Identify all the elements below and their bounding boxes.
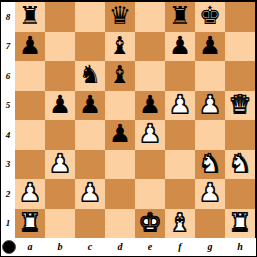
file-label-c: c: [75, 238, 105, 255]
square-c1[interactable]: [75, 209, 105, 239]
square-e1[interactable]: ♚: [135, 209, 165, 239]
white-queen[interactable]: ♛: [229, 92, 251, 117]
square-f6[interactable]: [165, 61, 195, 91]
black-bishop[interactable]: ♝: [109, 62, 131, 87]
black-rook[interactable]: ♜: [169, 3, 191, 28]
square-e3[interactable]: [135, 150, 165, 180]
white-king[interactable]: ♚: [139, 210, 161, 235]
square-b7[interactable]: [45, 32, 75, 62]
square-c4[interactable]: [75, 120, 105, 150]
square-d2[interactable]: [105, 179, 135, 209]
square-e2[interactable]: [135, 179, 165, 209]
square-a7[interactable]: ♟: [15, 32, 45, 62]
white-pawn[interactable]: ♟: [199, 180, 221, 205]
black-queen[interactable]: ♛: [109, 3, 131, 28]
square-f2[interactable]: [165, 179, 195, 209]
square-b6[interactable]: [45, 61, 75, 91]
white-pawn[interactable]: ♟: [139, 121, 161, 146]
square-c6[interactable]: ♞: [75, 61, 105, 91]
square-f4[interactable]: [165, 120, 195, 150]
file-label-g: g: [195, 238, 225, 255]
rank-labels-gutter: 87654321: [1, 2, 15, 238]
white-rook[interactable]: ♜: [19, 210, 41, 235]
black-to-move-indicator: [2, 240, 16, 254]
square-d5[interactable]: [105, 91, 135, 121]
file-label-d: d: [105, 238, 135, 255]
rank-label-8: 8: [1, 2, 15, 32]
square-e7[interactable]: [135, 32, 165, 62]
white-pawn[interactable]: ♟: [79, 180, 101, 205]
white-knight[interactable]: ♞: [199, 151, 221, 176]
file-label-b: b: [45, 238, 75, 255]
rank-label-7: 7: [1, 32, 15, 62]
square-d7[interactable]: ♝: [105, 32, 135, 62]
white-pawn[interactable]: ♟: [199, 92, 221, 117]
square-e4[interactable]: ♟: [135, 120, 165, 150]
square-g8[interactable]: ♚: [195, 2, 225, 32]
black-king[interactable]: ♚: [199, 3, 221, 28]
square-b3[interactable]: ♟: [45, 150, 75, 180]
square-f7[interactable]: ♟: [165, 32, 195, 62]
square-g3[interactable]: ♞: [195, 150, 225, 180]
square-d6[interactable]: ♝: [105, 61, 135, 91]
square-a3[interactable]: [15, 150, 45, 180]
square-e6[interactable]: [135, 61, 165, 91]
rank-label-2: 2: [1, 179, 15, 209]
square-c8[interactable]: [75, 2, 105, 32]
black-bishop[interactable]: ♝: [109, 33, 131, 58]
square-g5[interactable]: ♟: [195, 91, 225, 121]
white-pawn[interactable]: ♟: [169, 92, 191, 117]
square-d4[interactable]: ♟: [105, 120, 135, 150]
square-b1[interactable]: [45, 209, 75, 239]
white-rook[interactable]: ♜: [229, 210, 251, 235]
rank-label-5: 5: [1, 91, 15, 121]
square-h1[interactable]: ♜: [225, 209, 255, 239]
file-label-e: e: [135, 238, 165, 255]
square-h7[interactable]: [225, 32, 255, 62]
black-rook[interactable]: ♜: [19, 3, 41, 28]
white-bishop[interactable]: ♝: [169, 210, 191, 235]
square-h6[interactable]: [225, 61, 255, 91]
square-b4[interactable]: [45, 120, 75, 150]
square-a6[interactable]: [15, 61, 45, 91]
file-label-a: a: [15, 238, 45, 255]
square-g1[interactable]: [195, 209, 225, 239]
square-g7[interactable]: ♟: [195, 32, 225, 62]
black-pawn[interactable]: ♟: [199, 33, 221, 58]
rank-label-3: 3: [1, 150, 15, 180]
square-h3[interactable]: ♞: [225, 150, 255, 180]
square-b5[interactable]: ♟: [45, 91, 75, 121]
file-label-f: f: [165, 238, 195, 255]
square-g6[interactable]: [195, 61, 225, 91]
square-h2[interactable]: [225, 179, 255, 209]
rank-label-6: 6: [1, 61, 15, 91]
square-f8[interactable]: ♜: [165, 2, 195, 32]
square-h5[interactable]: ♛: [225, 91, 255, 121]
square-h4[interactable]: [225, 120, 255, 150]
black-pawn[interactable]: ♟: [79, 92, 101, 117]
square-a4[interactable]: [15, 120, 45, 150]
white-pawn[interactable]: ♟: [49, 151, 71, 176]
rank-label-4: 4: [1, 120, 15, 150]
square-f1[interactable]: ♝: [165, 209, 195, 239]
square-f3[interactable]: [165, 150, 195, 180]
square-h8[interactable]: [225, 2, 255, 32]
rank-label-1: 1: [1, 209, 15, 239]
square-a8[interactable]: ♜: [15, 2, 45, 32]
square-b8[interactable]: [45, 2, 75, 32]
black-pawn[interactable]: ♟: [169, 33, 191, 58]
file-label-h: h: [225, 238, 255, 255]
square-c2[interactable]: ♟: [75, 179, 105, 209]
square-d3[interactable]: [105, 150, 135, 180]
square-c7[interactable]: [75, 32, 105, 62]
square-e5[interactable]: ♟: [135, 91, 165, 121]
black-pawn[interactable]: ♟: [109, 121, 131, 146]
board: ♜♛♜♚♟♝♟♟♞♝♟♟♟♟♟♛♟♟♟♞♞♟♟♟♜♚♝♜: [15, 2, 255, 238]
square-c3[interactable]: [75, 150, 105, 180]
square-g4[interactable]: [195, 120, 225, 150]
white-knight[interactable]: ♞: [229, 151, 251, 176]
black-pawn[interactable]: ♟: [139, 92, 161, 117]
square-g2[interactable]: ♟: [195, 179, 225, 209]
black-pawn[interactable]: ♟: [19, 33, 41, 58]
square-a5[interactable]: [15, 91, 45, 121]
square-a2[interactable]: ♟: [15, 179, 45, 209]
black-knight[interactable]: ♞: [79, 62, 101, 87]
file-labels-gutter: abcdefgh: [1, 238, 256, 256]
white-pawn[interactable]: ♟: [19, 180, 41, 205]
chess-diagram: 87654321 ♜♛♜♚♟♝♟♟♞♝♟♟♟♟♟♛♟♟♟♞♞♟♟♟♜♚♝♜ ab…: [0, 0, 257, 257]
square-e8[interactable]: [135, 2, 165, 32]
square-d8[interactable]: ♛: [105, 2, 135, 32]
square-d1[interactable]: [105, 209, 135, 239]
square-c5[interactable]: ♟: [75, 91, 105, 121]
square-f5[interactable]: ♟: [165, 91, 195, 121]
square-b2[interactable]: [45, 179, 75, 209]
square-a1[interactable]: ♜: [15, 209, 45, 239]
black-pawn[interactable]: ♟: [49, 92, 71, 117]
